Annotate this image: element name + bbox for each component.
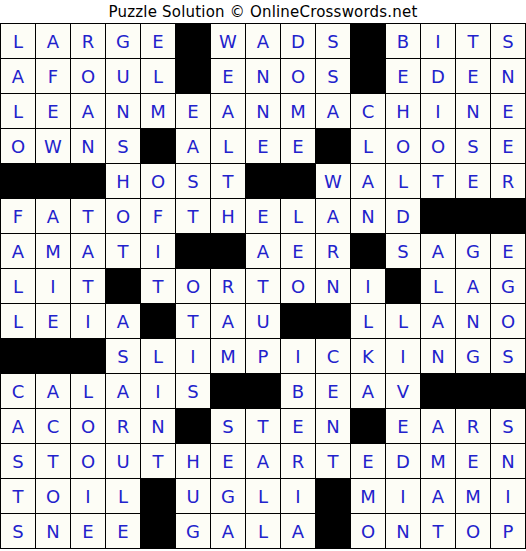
letter-cell-r14c11: M — [351, 479, 385, 513]
black-cell-r7c6 — [176, 234, 210, 268]
letter-cell-r13c5: T — [141, 444, 175, 478]
letter-cell-r1c8: A — [246, 24, 280, 58]
letter-cell-r15c4: E — [106, 514, 140, 548]
letter-cell-r9c7: A — [211, 304, 245, 338]
letter-cell-r8c3: T — [71, 269, 105, 303]
letter-cell-r1c14: T — [456, 24, 490, 58]
letter-cell-r6c6: T — [176, 199, 210, 233]
letter-cell-r9c12: L — [386, 304, 420, 338]
letter-cell-r15c3: E — [71, 514, 105, 548]
letter-cell-r7c15: E — [491, 234, 525, 268]
letter-cell-r2c9: O — [281, 59, 315, 93]
letter-cell-r14c15: I — [491, 479, 525, 513]
letter-cell-r9c11: L — [351, 304, 385, 338]
letter-cell-r6c9: L — [281, 199, 315, 233]
letter-cell-r13c2: T — [36, 444, 70, 478]
letter-cell-r9c6: T — [176, 304, 210, 338]
letter-cell-r3c7: A — [211, 94, 245, 128]
letter-cell-r1c15: S — [491, 24, 525, 58]
letter-cell-r14c12: I — [386, 479, 420, 513]
letter-cell-r12c1: A — [1, 409, 35, 443]
black-cell-r11c13 — [421, 374, 455, 408]
black-cell-r10c3 — [71, 339, 105, 373]
letter-cell-r5c5: O — [141, 164, 175, 198]
letter-cell-r9c14: N — [456, 304, 490, 338]
black-cell-r14c5 — [141, 479, 175, 513]
letter-cell-r9c2: E — [36, 304, 70, 338]
letter-cell-r9c1: L — [1, 304, 35, 338]
black-cell-r9c5 — [141, 304, 175, 338]
black-cell-r7c11 — [351, 234, 385, 268]
letter-cell-r3c11: C — [351, 94, 385, 128]
black-cell-r8c12 — [386, 269, 420, 303]
letter-cell-r2c7: E — [211, 59, 245, 93]
letter-cell-r15c9: A — [281, 514, 315, 548]
letter-cell-r10c9: I — [281, 339, 315, 373]
letter-cell-r6c8: E — [246, 199, 280, 233]
black-cell-r11c7 — [211, 374, 245, 408]
letter-cell-r2c13: D — [421, 59, 455, 93]
letter-cell-r10c12: I — [386, 339, 420, 373]
letter-cell-r2c10: S — [316, 59, 350, 93]
letter-cell-r5c15: R — [491, 164, 525, 198]
letter-cell-r12c13: A — [421, 409, 455, 443]
letter-cell-r1c12: B — [386, 24, 420, 58]
letter-cell-r4c3: N — [71, 129, 105, 163]
letter-cell-r15c6: G — [176, 514, 210, 548]
letter-cell-r4c4: S — [106, 129, 140, 163]
letter-cell-r13c7: E — [211, 444, 245, 478]
black-cell-r2c6 — [176, 59, 210, 93]
black-cell-r12c11 — [351, 409, 385, 443]
letter-cell-r10c15: S — [491, 339, 525, 373]
letter-cell-r2c4: U — [106, 59, 140, 93]
page-title: Puzzle Solution © OnlineCrosswords.net — [0, 0, 526, 23]
letter-cell-r14c3: I — [71, 479, 105, 513]
letter-cell-r8c5: T — [141, 269, 175, 303]
black-cell-r4c10 — [316, 129, 350, 163]
letter-cell-r8c6: O — [176, 269, 210, 303]
letter-cell-r3c4: N — [106, 94, 140, 128]
letter-cell-r5c11: A — [351, 164, 385, 198]
letter-cell-r9c4: A — [106, 304, 140, 338]
letter-cell-r15c13: T — [421, 514, 455, 548]
letter-cell-r13c3: O — [71, 444, 105, 478]
letter-cell-r1c5: E — [141, 24, 175, 58]
letter-cell-r7c4: T — [106, 234, 140, 268]
letter-cell-r13c12: D — [386, 444, 420, 478]
letter-cell-r3c12: H — [386, 94, 420, 128]
letter-cell-r7c14: G — [456, 234, 490, 268]
letter-cell-r3c1: L — [1, 94, 35, 128]
letter-cell-r12c5: N — [141, 409, 175, 443]
letter-cell-r4c15: E — [491, 129, 525, 163]
letter-cell-r1c3: R — [71, 24, 105, 58]
letter-cell-r6c11: N — [351, 199, 385, 233]
letter-cell-r12c10: N — [316, 409, 350, 443]
letter-cell-r11c5: I — [141, 374, 175, 408]
letter-cell-r15c15: P — [491, 514, 525, 548]
letter-cell-r4c12: O — [386, 129, 420, 163]
letter-cell-r9c8: U — [246, 304, 280, 338]
letter-cell-r12c14: R — [456, 409, 490, 443]
letter-cell-r13c10: T — [316, 444, 350, 478]
letter-cell-r3c2: E — [36, 94, 70, 128]
letter-cell-r10c11: K — [351, 339, 385, 373]
black-cell-r10c2 — [36, 339, 70, 373]
letter-cell-r15c12: N — [386, 514, 420, 548]
letter-cell-r8c2: I — [36, 269, 70, 303]
letter-cell-r6c1: F — [1, 199, 35, 233]
letter-cell-r3c6: E — [176, 94, 210, 128]
letter-cell-r14c1: T — [1, 479, 35, 513]
puzzle-solution-page: Puzzle Solution © OnlineCrosswords.net L… — [0, 0, 526, 551]
letter-cell-r15c8: L — [246, 514, 280, 548]
letter-cell-r13c14: E — [456, 444, 490, 478]
letter-cell-r7c10: R — [316, 234, 350, 268]
letter-cell-r12c4: R — [106, 409, 140, 443]
letter-cell-r1c4: G — [106, 24, 140, 58]
letter-cell-r3c9: M — [281, 94, 315, 128]
letter-cell-r4c1: O — [1, 129, 35, 163]
crossword-grid: LARGEWADSBITSAFOULENOSEDENLEANMEANMACHIN… — [0, 23, 526, 549]
letter-cell-r3c3: A — [71, 94, 105, 128]
black-cell-r15c5 — [141, 514, 175, 548]
letter-cell-r5c14: E — [456, 164, 490, 198]
letter-cell-r6c5: F — [141, 199, 175, 233]
letter-cell-r8c10: N — [316, 269, 350, 303]
black-cell-r1c11 — [351, 24, 385, 58]
letter-cell-r4c8: E — [246, 129, 280, 163]
letter-cell-r6c10: A — [316, 199, 350, 233]
letter-cell-r7c12: S — [386, 234, 420, 268]
letter-cell-r6c3: T — [71, 199, 105, 233]
letter-cell-r11c2: A — [36, 374, 70, 408]
black-cell-r6c13 — [421, 199, 455, 233]
letter-cell-r13c6: H — [176, 444, 210, 478]
letter-cell-r14c2: O — [36, 479, 70, 513]
letter-cell-r13c9: R — [281, 444, 315, 478]
letter-cell-r9c3: I — [71, 304, 105, 338]
letter-cell-r9c13: A — [421, 304, 455, 338]
black-cell-r14c10 — [316, 479, 350, 513]
black-cell-r5c9 — [281, 164, 315, 198]
letter-cell-r7c9: E — [281, 234, 315, 268]
letter-cell-r5c4: H — [106, 164, 140, 198]
letter-cell-r7c2: M — [36, 234, 70, 268]
black-cell-r15c10 — [316, 514, 350, 548]
letter-cell-r13c15: N — [491, 444, 525, 478]
letter-cell-r3c8: N — [246, 94, 280, 128]
letter-cell-r11c9: B — [281, 374, 315, 408]
black-cell-r6c14 — [456, 199, 490, 233]
letter-cell-r5c12: L — [386, 164, 420, 198]
black-cell-r9c10 — [316, 304, 350, 338]
letter-cell-r8c9: O — [281, 269, 315, 303]
letter-cell-r1c13: I — [421, 24, 455, 58]
letter-cell-r11c12: V — [386, 374, 420, 408]
letter-cell-r15c2: N — [36, 514, 70, 548]
letter-cell-r6c2: A — [36, 199, 70, 233]
letter-cell-r10c8: P — [246, 339, 280, 373]
letter-cell-r11c4: A — [106, 374, 140, 408]
letter-cell-r10c10: C — [316, 339, 350, 373]
letter-cell-r13c8: A — [246, 444, 280, 478]
letter-cell-r7c5: I — [141, 234, 175, 268]
black-cell-r9c9 — [281, 304, 315, 338]
letter-cell-r8c11: I — [351, 269, 385, 303]
black-cell-r4c5 — [141, 129, 175, 163]
letter-cell-r11c11: A — [351, 374, 385, 408]
black-cell-r6c15 — [491, 199, 525, 233]
letter-cell-r8c15: G — [491, 269, 525, 303]
letter-cell-r1c2: A — [36, 24, 70, 58]
letter-cell-r7c8: A — [246, 234, 280, 268]
letter-cell-r10c14: G — [456, 339, 490, 373]
letter-cell-r3c5: M — [141, 94, 175, 128]
letter-cell-r13c4: U — [106, 444, 140, 478]
letter-cell-r5c6: S — [176, 164, 210, 198]
letter-cell-r14c9: I — [281, 479, 315, 513]
letter-cell-r4c9: E — [281, 129, 315, 163]
letter-cell-r2c8: N — [246, 59, 280, 93]
black-cell-r7c7 — [211, 234, 245, 268]
letter-cell-r3c14: N — [456, 94, 490, 128]
black-cell-r2c11 — [351, 59, 385, 93]
letter-cell-r9c15: O — [491, 304, 525, 338]
black-cell-r11c15 — [491, 374, 525, 408]
letter-cell-r8c1: L — [1, 269, 35, 303]
black-cell-r12c6 — [176, 409, 210, 443]
letter-cell-r12c2: C — [36, 409, 70, 443]
letter-cell-r12c9: E — [281, 409, 315, 443]
letter-cell-r2c5: L — [141, 59, 175, 93]
letter-cell-r5c7: T — [211, 164, 245, 198]
letter-cell-r2c12: E — [386, 59, 420, 93]
black-cell-r11c14 — [456, 374, 490, 408]
letter-cell-r15c11: O — [351, 514, 385, 548]
letter-cell-r8c13: L — [421, 269, 455, 303]
letter-cell-r8c7: R — [211, 269, 245, 303]
letter-cell-r5c13: T — [421, 164, 455, 198]
black-cell-r1c6 — [176, 24, 210, 58]
black-cell-r11c8 — [246, 374, 280, 408]
letter-cell-r8c8: T — [246, 269, 280, 303]
letter-cell-r5c10: W — [316, 164, 350, 198]
letter-cell-r2c3: O — [71, 59, 105, 93]
black-cell-r5c2 — [36, 164, 70, 198]
letter-cell-r14c14: M — [456, 479, 490, 513]
letter-cell-r2c2: F — [36, 59, 70, 93]
letter-cell-r2c1: A — [1, 59, 35, 93]
letter-cell-r13c1: S — [1, 444, 35, 478]
letter-cell-r12c12: E — [386, 409, 420, 443]
letter-cell-r4c11: L — [351, 129, 385, 163]
letter-cell-r1c9: D — [281, 24, 315, 58]
letter-cell-r11c6: S — [176, 374, 210, 408]
letter-cell-r6c12: D — [386, 199, 420, 233]
letter-cell-r2c15: N — [491, 59, 525, 93]
letter-cell-r11c10: E — [316, 374, 350, 408]
black-cell-r5c1 — [1, 164, 35, 198]
black-cell-r10c1 — [1, 339, 35, 373]
letter-cell-r4c2: W — [36, 129, 70, 163]
letter-cell-r7c13: A — [421, 234, 455, 268]
letter-cell-r10c7: M — [211, 339, 245, 373]
letter-cell-r2c14: E — [456, 59, 490, 93]
letter-cell-r12c7: S — [211, 409, 245, 443]
letter-cell-r14c13: A — [421, 479, 455, 513]
letter-cell-r14c4: L — [106, 479, 140, 513]
letter-cell-r11c3: L — [71, 374, 105, 408]
letter-cell-r1c1: L — [1, 24, 35, 58]
letter-cell-r10c5: L — [141, 339, 175, 373]
black-cell-r5c3 — [71, 164, 105, 198]
letter-cell-r7c3: A — [71, 234, 105, 268]
letter-cell-r4c13: O — [421, 129, 455, 163]
letter-cell-r3c10: A — [316, 94, 350, 128]
letter-cell-r15c7: A — [211, 514, 245, 548]
letter-cell-r13c11: E — [351, 444, 385, 478]
letter-cell-r6c4: O — [106, 199, 140, 233]
letter-cell-r15c14: O — [456, 514, 490, 548]
letter-cell-r14c7: G — [211, 479, 245, 513]
letter-cell-r1c10: S — [316, 24, 350, 58]
letter-cell-r10c4: S — [106, 339, 140, 373]
letter-cell-r4c7: L — [211, 129, 245, 163]
black-cell-r8c4 — [106, 269, 140, 303]
letter-cell-r12c3: O — [71, 409, 105, 443]
letter-cell-r7c1: A — [1, 234, 35, 268]
letter-cell-r10c6: I — [176, 339, 210, 373]
letter-cell-r6c7: H — [211, 199, 245, 233]
letter-cell-r10c13: N — [421, 339, 455, 373]
letter-cell-r15c1: S — [1, 514, 35, 548]
letter-cell-r13c13: M — [421, 444, 455, 478]
black-cell-r5c8 — [246, 164, 280, 198]
letter-cell-r8c14: A — [456, 269, 490, 303]
letter-cell-r14c8: L — [246, 479, 280, 513]
letter-cell-r12c8: T — [246, 409, 280, 443]
letter-cell-r3c15: E — [491, 94, 525, 128]
letter-cell-r12c15: S — [491, 409, 525, 443]
letter-cell-r3c13: I — [421, 94, 455, 128]
letter-cell-r14c6: U — [176, 479, 210, 513]
letter-cell-r4c6: A — [176, 129, 210, 163]
letter-cell-r1c7: W — [211, 24, 245, 58]
letter-cell-r4c14: S — [456, 129, 490, 163]
letter-cell-r11c1: C — [1, 374, 35, 408]
